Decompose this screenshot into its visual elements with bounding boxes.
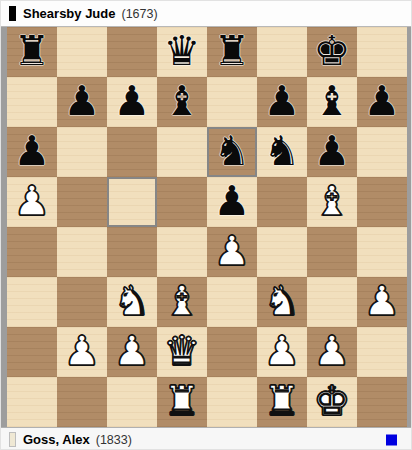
square-c3[interactable]: ♞: [107, 277, 157, 327]
square-a1[interactable]: [7, 377, 57, 427]
square-g2[interactable]: ♟: [307, 327, 357, 377]
to-move-indicator: [386, 434, 397, 445]
square-f7[interactable]: ♟: [257, 77, 307, 127]
square-d3[interactable]: ♝: [157, 277, 207, 327]
piece-black-bishop[interactable]: ♝: [157, 77, 207, 127]
square-b4[interactable]: [57, 227, 107, 277]
piece-black-knight[interactable]: ♞: [257, 127, 307, 177]
square-c7[interactable]: ♟: [107, 77, 157, 127]
square-e4[interactable]: ♟: [207, 227, 257, 277]
square-c8[interactable]: [107, 27, 157, 77]
square-b7[interactable]: ♟: [57, 77, 107, 127]
square-f8[interactable]: [257, 27, 307, 77]
square-h8[interactable]: [357, 27, 407, 77]
square-f2[interactable]: ♟: [257, 327, 307, 377]
piece-black-pawn[interactable]: ♟: [257, 77, 307, 127]
square-a8[interactable]: ♜: [7, 27, 57, 77]
chess-game-window: Shearsby Jude (1673) ♜♛♜♚♟♟♝♟♝♟♟♞♞♟♟♟♝♟♞…: [0, 0, 412, 450]
square-g1[interactable]: ♚: [307, 377, 357, 427]
square-b2[interactable]: ♟: [57, 327, 107, 377]
square-e5[interactable]: ♟: [207, 177, 257, 227]
square-c1[interactable]: [107, 377, 157, 427]
square-a6[interactable]: ♟: [7, 127, 57, 177]
piece-black-knight[interactable]: ♞: [207, 127, 257, 177]
top-player-rating: (1673): [122, 7, 158, 21]
piece-black-rook[interactable]: ♜: [7, 27, 57, 77]
square-f4[interactable]: [257, 227, 307, 277]
white-side-icon: [9, 432, 16, 447]
square-b1[interactable]: [57, 377, 107, 427]
square-h2[interactable]: [357, 327, 407, 377]
square-a2[interactable]: [7, 327, 57, 377]
piece-black-pawn[interactable]: ♟: [357, 77, 407, 127]
square-e3[interactable]: [207, 277, 257, 327]
square-a3[interactable]: [7, 277, 57, 327]
square-d2[interactable]: ♛: [157, 327, 207, 377]
square-f5[interactable]: [257, 177, 307, 227]
square-e6[interactable]: ♞: [207, 127, 257, 177]
square-h1[interactable]: [357, 377, 407, 427]
top-player-name: Shearsby Jude: [23, 6, 116, 21]
piece-white-queen[interactable]: ♛: [157, 327, 207, 377]
piece-black-pawn[interactable]: ♟: [307, 127, 357, 177]
piece-white-knight[interactable]: ♞: [257, 277, 307, 327]
piece-white-pawn[interactable]: ♟: [307, 327, 357, 377]
square-c4[interactable]: [107, 227, 157, 277]
square-c5[interactable]: [107, 177, 157, 227]
square-d6[interactable]: [157, 127, 207, 177]
square-g5[interactable]: ♝: [307, 177, 357, 227]
square-g3[interactable]: [307, 277, 357, 327]
square-d7[interactable]: ♝: [157, 77, 207, 127]
square-a7[interactable]: [7, 77, 57, 127]
black-side-icon: [9, 6, 16, 21]
square-g4[interactable]: [307, 227, 357, 277]
piece-white-pawn[interactable]: ♟: [107, 327, 157, 377]
piece-black-pawn[interactable]: ♟: [107, 77, 157, 127]
square-f1[interactable]: ♜: [257, 377, 307, 427]
piece-white-pawn[interactable]: ♟: [207, 227, 257, 277]
piece-white-pawn[interactable]: ♟: [257, 327, 307, 377]
square-h6[interactable]: [357, 127, 407, 177]
square-f3[interactable]: ♞: [257, 277, 307, 327]
piece-white-rook[interactable]: ♜: [157, 377, 207, 427]
piece-white-knight[interactable]: ♞: [107, 277, 157, 327]
piece-black-king[interactable]: ♚: [307, 27, 357, 77]
square-e2[interactable]: [207, 327, 257, 377]
square-h7[interactable]: ♟: [357, 77, 407, 127]
square-h5[interactable]: [357, 177, 407, 227]
square-d1[interactable]: ♜: [157, 377, 207, 427]
bottom-player-bar: Goss, Alex (1833): [1, 427, 411, 450]
chess-board[interactable]: ♜♛♜♚♟♟♝♟♝♟♟♞♞♟♟♟♝♟♞♝♞♟♟♟♛♟♟♜♜♚: [7, 27, 407, 427]
square-d4[interactable]: [157, 227, 207, 277]
square-g7[interactable]: ♝: [307, 77, 357, 127]
square-e1[interactable]: [207, 377, 257, 427]
piece-white-bishop[interactable]: ♝: [157, 277, 207, 327]
piece-white-pawn[interactable]: ♟: [357, 277, 407, 327]
piece-white-bishop[interactable]: ♝: [307, 177, 357, 227]
square-c2[interactable]: ♟: [107, 327, 157, 377]
piece-black-bishop[interactable]: ♝: [307, 77, 357, 127]
piece-white-king[interactable]: ♚: [307, 377, 357, 427]
square-h4[interactable]: [357, 227, 407, 277]
piece-black-pawn[interactable]: ♟: [7, 127, 57, 177]
square-a5[interactable]: ♟: [7, 177, 57, 227]
bottom-player-name: Goss, Alex: [23, 432, 90, 447]
board-frame: ♜♛♜♚♟♟♝♟♝♟♟♞♞♟♟♟♝♟♞♝♞♟♟♟♛♟♟♜♜♚: [1, 27, 412, 427]
square-b3[interactable]: [57, 277, 107, 327]
piece-black-queen[interactable]: ♛: [157, 27, 207, 77]
square-d8[interactable]: ♛: [157, 27, 207, 77]
square-f6[interactable]: ♞: [257, 127, 307, 177]
square-e8[interactable]: ♜: [207, 27, 257, 77]
square-b6[interactable]: [57, 127, 107, 177]
piece-black-pawn[interactable]: ♟: [57, 77, 107, 127]
piece-black-rook[interactable]: ♜: [207, 27, 257, 77]
square-g8[interactable]: ♚: [307, 27, 357, 77]
square-g6[interactable]: ♟: [307, 127, 357, 177]
top-player-bar: Shearsby Jude (1673): [1, 1, 411, 27]
piece-white-pawn[interactable]: ♟: [57, 327, 107, 377]
square-c6[interactable]: [107, 127, 157, 177]
square-b5[interactable]: [57, 177, 107, 227]
square-b8[interactable]: [57, 27, 107, 77]
piece-black-pawn[interactable]: ♟: [207, 177, 257, 227]
piece-white-rook[interactable]: ♜: [257, 377, 307, 427]
square-h3[interactable]: ♟: [357, 277, 407, 327]
piece-white-pawn[interactable]: ♟: [7, 177, 57, 227]
square-a4[interactable]: [7, 227, 57, 277]
square-d5[interactable]: [157, 177, 207, 227]
bottom-player-rating: (1833): [96, 433, 132, 447]
square-e7[interactable]: [207, 77, 257, 127]
